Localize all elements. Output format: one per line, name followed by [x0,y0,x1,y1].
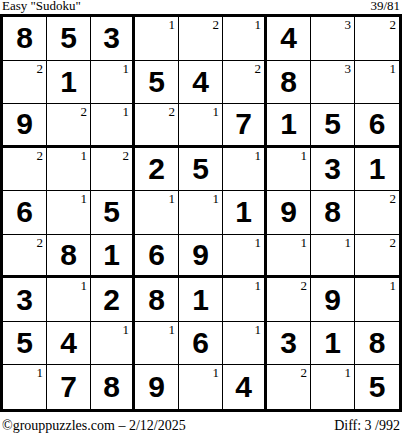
cell-r7c8[interactable]: 9 [311,278,355,322]
given-digit: 9 [324,285,341,315]
pencil-mark: 2 [390,192,397,205]
cell-r1c8[interactable]: 3 [311,17,355,61]
pencil-mark: 1 [81,192,88,205]
pencil-mark: 3 [345,62,352,75]
pencil-mark: 1 [255,236,262,249]
footer: ©grouppuzzles.com – 2/12/2025 Diff: 3 /9… [2,419,400,433]
cell-r3c1[interactable]: 9 [3,104,47,148]
cell-r3c2[interactable]: 2 [47,104,91,148]
cell-r9c7[interactable]: 2 [267,365,311,409]
cell-r9c8[interactable]: 1 [311,365,355,409]
given-digit: 4 [280,23,297,53]
given-digit: 1 [235,197,252,227]
pencil-mark: 1 [390,279,397,292]
cell-r9c9[interactable]: 5 [355,365,399,409]
cell-r2c7[interactable]: 8 [267,61,311,105]
pencil-mark: 2 [255,62,262,75]
given-digit: 5 [324,109,341,139]
cell-r4c7[interactable]: 1 [267,148,311,192]
pencil-mark: 3 [345,18,352,31]
pencil-mark: 1 [213,105,220,118]
pencil-mark: 1 [255,149,262,162]
cell-r7c9[interactable]: 1 [355,278,399,322]
cell-r5c5[interactable]: 1 [179,191,223,235]
cell-r8c5[interactable]: 6 [179,322,223,366]
given-digit: 6 [192,328,209,358]
cell-r5c8[interactable]: 8 [311,191,355,235]
given-digit: 5 [192,154,209,184]
sudoku-board: 8531214322115428319212171562122511316151… [0,14,402,412]
cell-r1c4[interactable]: 1 [135,17,179,61]
cell-r4c9[interactable]: 1 [355,148,399,192]
cell-r9c6[interactable]: 4 [223,365,267,409]
cell-r2c5[interactable]: 4 [179,61,223,105]
cell-r9c3[interactable]: 8 [91,365,135,409]
pencil-mark: 1 [255,279,262,292]
cell-r6c8[interactable]: 1 [311,235,355,279]
given-digit: 1 [192,285,209,315]
pencil-mark: 1 [255,323,262,336]
pencil-mark: 2 [123,149,130,162]
pencil-mark: 1 [169,192,176,205]
cell-r2c9[interactable]: 1 [355,61,399,105]
cell-r5c6[interactable]: 1 [223,191,267,235]
cell-r5c7[interactable]: 9 [267,191,311,235]
pencil-mark: 1 [123,105,130,118]
cell-r8c4[interactable]: 1 [135,322,179,366]
given-digit: 4 [235,372,252,402]
given-digit: 7 [235,109,252,139]
cell-r2c3[interactable]: 1 [91,61,135,105]
pencil-mark: 1 [169,18,176,31]
filled-counter: 39/81 [370,0,400,12]
given-digit: 3 [103,23,120,53]
cell-r7c7[interactable]: 2 [267,278,311,322]
cell-r3c6[interactable]: 7 [223,104,267,148]
cell-r8c9[interactable]: 8 [355,322,399,366]
pencil-mark: 1 [301,236,308,249]
cell-r5c2[interactable]: 1 [47,191,91,235]
pencil-mark: 1 [123,323,130,336]
pencil-mark: 2 [81,105,88,118]
given-digit: 8 [16,23,33,53]
cell-r6c9[interactable]: 2 [355,235,399,279]
given-digit: 6 [369,109,386,139]
cell-r2c2[interactable]: 1 [47,61,91,105]
cell-r9c5[interactable]: 1 [179,365,223,409]
cell-r6c4[interactable]: 6 [135,235,179,279]
given-digit: 5 [60,23,77,53]
header: Easy "Sudoku" 39/81 [2,0,400,14]
given-digit: 9 [16,109,33,139]
cell-r4c8[interactable]: 3 [311,148,355,192]
given-digit: 9 [192,240,209,270]
pencil-mark: 1 [81,279,88,292]
given-digit: 1 [60,67,77,97]
cell-r5c4[interactable]: 1 [135,191,179,235]
given-digit: 1 [324,328,341,358]
difficulty-text: Diff: 3 /992 [334,419,400,433]
pencil-mark: 2 [301,366,308,379]
copyright-text: ©grouppuzzles.com – 2/12/2025 [2,419,186,433]
given-digit: 9 [280,197,297,227]
cell-r3c9[interactable]: 6 [355,104,399,148]
cell-r6c7[interactable]: 1 [267,235,311,279]
pencil-mark: 2 [37,62,44,75]
given-digit: 1 [280,109,297,139]
cell-r4c2[interactable]: 1 [47,148,91,192]
cell-r3c8[interactable]: 5 [311,104,355,148]
cell-r3c3[interactable]: 1 [91,104,135,148]
cell-r7c1[interactable]: 3 [3,278,47,322]
given-digit: 6 [148,240,165,270]
cell-r6c3[interactable]: 1 [91,235,135,279]
given-digit: 5 [16,328,33,358]
given-digit: 3 [324,154,341,184]
cell-r7c6[interactable]: 1 [223,278,267,322]
given-digit: 8 [60,240,77,270]
pencil-mark: 1 [390,62,397,75]
pencil-mark: 2 [301,279,308,292]
given-digit: 1 [369,154,386,184]
cell-r9c4[interactable]: 9 [135,365,179,409]
cell-r4c6[interactable]: 1 [223,148,267,192]
cell-r3c4[interactable]: 2 [135,104,179,148]
cell-r7c3[interactable]: 2 [91,278,135,322]
given-digit: 3 [16,285,33,315]
pencil-mark: 1 [123,62,130,75]
cell-r7c5[interactable]: 1 [179,278,223,322]
given-digit: 1 [103,240,120,270]
given-digit: 5 [148,67,165,97]
given-digit: 8 [148,285,165,315]
pencil-mark: 1 [37,366,44,379]
given-digit: 9 [148,372,165,402]
cell-r1c1[interactable]: 8 [3,17,47,61]
cell-r6c5[interactable]: 9 [179,235,223,279]
pencil-mark: 1 [345,366,352,379]
cell-r7c4[interactable]: 8 [135,278,179,322]
given-digit: 7 [60,372,77,402]
given-digit: 6 [16,197,33,227]
cell-r5c3[interactable]: 5 [91,191,135,235]
given-digit: 8 [324,197,341,227]
cell-r1c3[interactable]: 3 [91,17,135,61]
cell-r1c7[interactable]: 4 [267,17,311,61]
given-digit: 5 [369,372,386,402]
pencil-mark: 1 [169,323,176,336]
cell-r8c7[interactable]: 3 [267,322,311,366]
pencil-mark: 1 [301,149,308,162]
given-digit: 5 [103,197,120,227]
cell-r5c9[interactable]: 2 [355,191,399,235]
cell-r8c2[interactable]: 4 [47,322,91,366]
cell-r8c3[interactable]: 1 [91,322,135,366]
cell-r7c2[interactable]: 1 [47,278,91,322]
cell-r6c2[interactable]: 8 [47,235,91,279]
given-digit: 4 [60,328,77,358]
pencil-mark: 1 [81,149,88,162]
pencil-mark: 2 [169,105,176,118]
cell-r8c6[interactable]: 1 [223,322,267,366]
cell-r2c8[interactable]: 3 [311,61,355,105]
cell-r2c6[interactable]: 2 [223,61,267,105]
cell-r8c8[interactable]: 1 [311,322,355,366]
pencil-mark: 2 [390,236,397,249]
pencil-mark: 1 [345,236,352,249]
given-digit: 8 [280,67,297,97]
cell-r3c5[interactable]: 1 [179,104,223,148]
cell-r4c3[interactable]: 2 [91,148,135,192]
cell-r9c1[interactable]: 1 [3,365,47,409]
cell-r1c6[interactable]: 1 [223,17,267,61]
pencil-mark: 2 [37,149,44,162]
given-digit: 4 [192,67,209,97]
cell-r8c1[interactable]: 5 [3,322,47,366]
pencil-mark: 1 [213,366,220,379]
page-title: Easy "Sudoku" [2,0,81,12]
given-digit: 3 [280,328,297,358]
cell-r4c4[interactable]: 2 [135,148,179,192]
pencil-mark: 2 [213,18,220,31]
cell-r6c1[interactable]: 2 [3,235,47,279]
pencil-mark: 1 [255,18,262,31]
cell-r4c1[interactable]: 2 [3,148,47,192]
given-digit: 8 [369,328,386,358]
cell-r1c2[interactable]: 5 [47,17,91,61]
cell-r2c4[interactable]: 5 [135,61,179,105]
cell-r1c9[interactable]: 2 [355,17,399,61]
pencil-mark: 2 [37,236,44,249]
cell-r3c7[interactable]: 1 [267,104,311,148]
cell-r4c5[interactable]: 5 [179,148,223,192]
cell-r9c2[interactable]: 7 [47,365,91,409]
given-digit: 8 [103,372,120,402]
given-digit: 2 [148,154,165,184]
cell-r6c6[interactable]: 1 [223,235,267,279]
given-digit: 2 [103,285,120,315]
pencil-mark: 2 [390,18,397,31]
pencil-mark: 1 [213,192,220,205]
cell-r1c5[interactable]: 2 [179,17,223,61]
cell-r2c1[interactable]: 2 [3,61,47,105]
cell-r5c1[interactable]: 6 [3,191,47,235]
